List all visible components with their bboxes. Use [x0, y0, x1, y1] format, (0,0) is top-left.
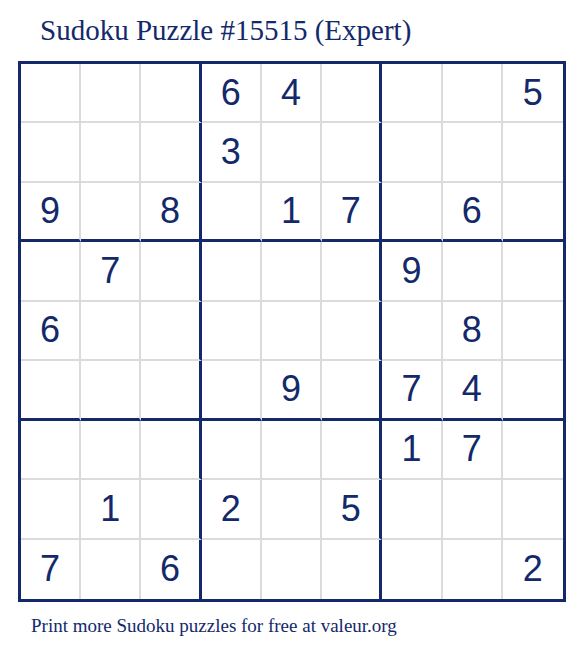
sudoku-cell-r3c8: 6	[443, 183, 503, 242]
sudoku-cell-r6c7: 7	[382, 361, 442, 420]
sudoku-cell-r5c6[interactable]	[322, 302, 382, 361]
sudoku-page: Sudoku Puzzle #15515 (Expert) 6453981767…	[0, 0, 580, 651]
sudoku-cell-r1c5: 4	[262, 64, 322, 123]
sudoku-board: 645398176796897417125762	[18, 61, 566, 602]
sudoku-cell-r9c3: 6	[141, 540, 201, 599]
sudoku-cell-r5c2[interactable]	[81, 302, 141, 361]
sudoku-cell-r8c9[interactable]	[503, 480, 563, 539]
sudoku-cell-r1c9: 5	[503, 64, 563, 123]
sudoku-cell-r8c3[interactable]	[141, 480, 201, 539]
sudoku-cell-r7c4[interactable]	[202, 421, 262, 480]
sudoku-cell-r5c7[interactable]	[382, 302, 442, 361]
sudoku-cell-r1c2[interactable]	[81, 64, 141, 123]
sudoku-cell-r2c5[interactable]	[262, 123, 322, 182]
sudoku-cell-r7c8: 7	[443, 421, 503, 480]
sudoku-cell-r3c5: 1	[262, 183, 322, 242]
sudoku-cell-r2c7[interactable]	[382, 123, 442, 182]
sudoku-cell-r9c1: 7	[21, 540, 81, 599]
sudoku-cell-r4c7: 9	[382, 242, 442, 301]
sudoku-cell-r4c6[interactable]	[322, 242, 382, 301]
sudoku-cell-r7c3[interactable]	[141, 421, 201, 480]
page-title: Sudoku Puzzle #15515 (Expert)	[40, 14, 411, 47]
sudoku-cell-r8c8[interactable]	[443, 480, 503, 539]
sudoku-cell-r9c4[interactable]	[202, 540, 262, 599]
sudoku-cell-r6c5: 9	[262, 361, 322, 420]
sudoku-cell-r5c8: 8	[443, 302, 503, 361]
sudoku-cell-r6c2[interactable]	[81, 361, 141, 420]
sudoku-cell-r5c1: 6	[21, 302, 81, 361]
sudoku-cell-r8c5[interactable]	[262, 480, 322, 539]
sudoku-cell-r3c4[interactable]	[202, 183, 262, 242]
sudoku-cell-r7c5[interactable]	[262, 421, 322, 480]
sudoku-cell-r1c7[interactable]	[382, 64, 442, 123]
sudoku-cell-r8c2: 1	[81, 480, 141, 539]
sudoku-cell-r3c3: 8	[141, 183, 201, 242]
sudoku-cell-r3c1: 9	[21, 183, 81, 242]
sudoku-cell-r2c2[interactable]	[81, 123, 141, 182]
sudoku-cell-r8c7[interactable]	[382, 480, 442, 539]
sudoku-cell-r3c6: 7	[322, 183, 382, 242]
sudoku-cell-r5c9[interactable]	[503, 302, 563, 361]
sudoku-cell-r4c4[interactable]	[202, 242, 262, 301]
sudoku-cell-r1c1[interactable]	[21, 64, 81, 123]
sudoku-cell-r8c6: 5	[322, 480, 382, 539]
sudoku-cell-r3c7[interactable]	[382, 183, 442, 242]
sudoku-cell-r2c9[interactable]	[503, 123, 563, 182]
sudoku-cell-r2c8[interactable]	[443, 123, 503, 182]
sudoku-cell-r5c4[interactable]	[202, 302, 262, 361]
sudoku-cell-r1c4: 6	[202, 64, 262, 123]
sudoku-cell-r6c4[interactable]	[202, 361, 262, 420]
sudoku-cell-r4c1[interactable]	[21, 242, 81, 301]
sudoku-cell-r6c1[interactable]	[21, 361, 81, 420]
sudoku-cell-r2c3[interactable]	[141, 123, 201, 182]
sudoku-cell-r1c3[interactable]	[141, 64, 201, 123]
sudoku-cell-r8c4: 2	[202, 480, 262, 539]
sudoku-cell-r7c2[interactable]	[81, 421, 141, 480]
sudoku-cell-r8c1[interactable]	[21, 480, 81, 539]
footer-text: Print more Sudoku puzzles for free at va…	[31, 615, 397, 637]
sudoku-cell-r7c1[interactable]	[21, 421, 81, 480]
sudoku-cell-r1c8[interactable]	[443, 64, 503, 123]
sudoku-cell-r4c2: 7	[81, 242, 141, 301]
sudoku-cell-r6c9[interactable]	[503, 361, 563, 420]
sudoku-cell-r6c3[interactable]	[141, 361, 201, 420]
sudoku-cell-r5c3[interactable]	[141, 302, 201, 361]
sudoku-cell-r5c5[interactable]	[262, 302, 322, 361]
sudoku-cell-r6c8: 4	[443, 361, 503, 420]
sudoku-cell-r3c9[interactable]	[503, 183, 563, 242]
sudoku-cell-r9c6[interactable]	[322, 540, 382, 599]
sudoku-cell-r2c1[interactable]	[21, 123, 81, 182]
sudoku-cell-r4c5[interactable]	[262, 242, 322, 301]
sudoku-cell-r2c4: 3	[202, 123, 262, 182]
sudoku-cell-r7c9[interactable]	[503, 421, 563, 480]
sudoku-cell-r7c6[interactable]	[322, 421, 382, 480]
sudoku-cell-r9c9: 2	[503, 540, 563, 599]
sudoku-cell-r9c7[interactable]	[382, 540, 442, 599]
sudoku-cell-r1c6[interactable]	[322, 64, 382, 123]
sudoku-cell-r3c2[interactable]	[81, 183, 141, 242]
sudoku-cell-r4c9[interactable]	[503, 242, 563, 301]
sudoku-cell-r9c5[interactable]	[262, 540, 322, 599]
sudoku-cell-r4c8[interactable]	[443, 242, 503, 301]
sudoku-cell-r7c7: 1	[382, 421, 442, 480]
sudoku-cell-r9c8[interactable]	[443, 540, 503, 599]
sudoku-cell-r4c3[interactable]	[141, 242, 201, 301]
sudoku-cell-r9c2[interactable]	[81, 540, 141, 599]
sudoku-cell-r2c6[interactable]	[322, 123, 382, 182]
sudoku-cell-r6c6[interactable]	[322, 361, 382, 420]
